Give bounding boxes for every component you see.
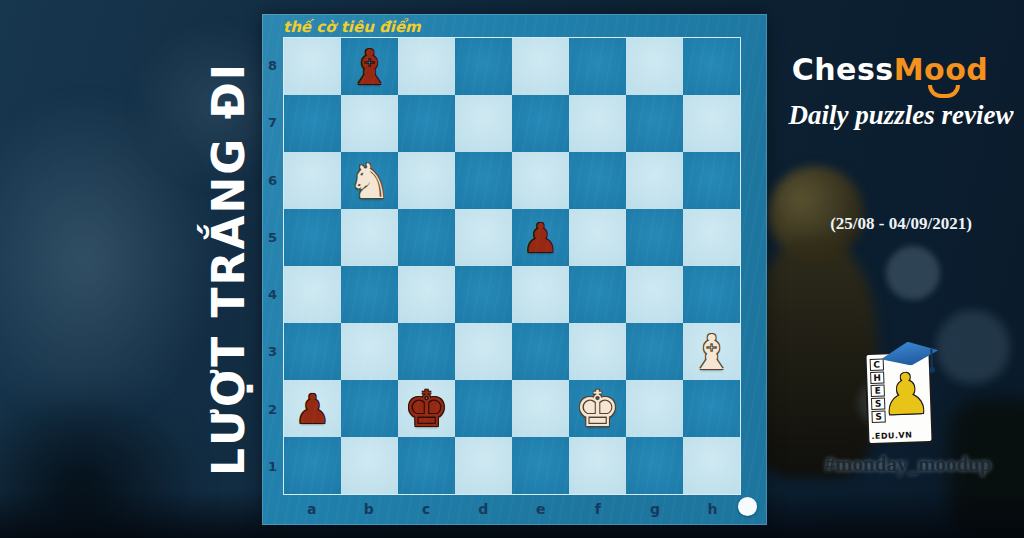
square-a5: [284, 209, 341, 266]
square-c2: ♚: [398, 380, 455, 437]
square-f8: [569, 38, 626, 95]
square-g4: [626, 266, 683, 323]
square-b6: ♞: [341, 152, 398, 209]
graduate-pawn-icon: ♟: [881, 359, 931, 431]
poster-subtitle: Daily puzzles review: [776, 100, 1024, 131]
square-c7: [398, 95, 455, 152]
square-d8: [455, 38, 512, 95]
square-f1: [569, 437, 626, 494]
rank-label-5: 5: [262, 209, 283, 266]
file-label-f: f: [569, 495, 626, 523]
square-g2: [626, 380, 683, 437]
square-e7: [512, 95, 569, 152]
edu-logo-suffix: .EDU.VN: [871, 430, 929, 441]
square-b5: [341, 209, 398, 266]
square-c4: [398, 266, 455, 323]
square-f7: [569, 95, 626, 152]
square-a8: [284, 38, 341, 95]
square-b1: [341, 437, 398, 494]
square-a4: [284, 266, 341, 323]
square-f4: [569, 266, 626, 323]
black-pawn: ♟: [512, 209, 569, 266]
square-c1: [398, 437, 455, 494]
square-f6: [569, 152, 626, 209]
square-a7: [284, 95, 341, 152]
square-h6: [683, 152, 740, 209]
logo-text-mood: Mood: [894, 52, 989, 87]
square-h1: [683, 437, 740, 494]
square-h4: [683, 266, 740, 323]
square-h5: [683, 209, 740, 266]
black-bishop: ♝: [341, 38, 398, 95]
file-label-a: a: [283, 495, 340, 523]
hashtag: #monday_moodup: [790, 452, 1024, 477]
file-label-b: b: [340, 495, 397, 523]
rank-label-4: 4: [262, 266, 283, 323]
square-g7: [626, 95, 683, 152]
square-h2: [683, 380, 740, 437]
rank-label-8: 8: [262, 37, 283, 94]
square-g5: [626, 209, 683, 266]
white-to-move-indicator: [738, 497, 757, 516]
square-d4: [455, 266, 512, 323]
logo-text-chess: Chess: [792, 52, 894, 87]
square-e4: [512, 266, 569, 323]
banner-text: LƯỢT TRẮNG ĐI: [203, 62, 254, 476]
square-c6: [398, 152, 455, 209]
square-e8: [512, 38, 569, 95]
white-bishop: ♝: [683, 323, 740, 380]
square-e3: [512, 323, 569, 380]
white-king: ♚: [569, 380, 626, 437]
board-title: thế cờ tiêu điểm: [283, 18, 421, 36]
file-label-c: c: [398, 495, 455, 523]
square-e1: [512, 437, 569, 494]
rank-label-1: 1: [262, 438, 283, 495]
square-c3: [398, 323, 455, 380]
date-range: (25/08 - 04/09/2021): [781, 214, 1021, 234]
square-a1: [284, 437, 341, 494]
square-f2: ♚: [569, 380, 626, 437]
poster: LƯỢT TRẮNG ĐI thế cờ tiêu điểm 87654321 …: [0, 0, 1024, 538]
rank-labels: 87654321: [262, 37, 283, 495]
white-knight: ♞: [341, 152, 398, 209]
square-c5: [398, 209, 455, 266]
square-f5: [569, 209, 626, 266]
chessmood-logo: ChessMood: [770, 52, 1010, 87]
rank-label-6: 6: [262, 152, 283, 209]
square-a6: [284, 152, 341, 209]
chessboard: thế cờ tiêu điểm 87654321 ♝♞♟♝♟♚♚ abcdef…: [262, 14, 767, 525]
square-e2: [512, 380, 569, 437]
square-g3: [626, 323, 683, 380]
square-h7: [683, 95, 740, 152]
square-f3: [569, 323, 626, 380]
square-d2: [455, 380, 512, 437]
bokeh-light: [886, 246, 940, 300]
file-label-d: d: [455, 495, 512, 523]
bokeh-light: [936, 310, 1010, 384]
square-d3: [455, 323, 512, 380]
file-label-g: g: [627, 495, 684, 523]
blurred-pawn-body: [750, 238, 878, 478]
square-d6: [455, 152, 512, 209]
square-b8: ♝: [341, 38, 398, 95]
file-labels: abcdefgh: [283, 495, 741, 523]
square-h3: ♝: [683, 323, 740, 380]
square-d1: [455, 437, 512, 494]
square-g6: [626, 152, 683, 209]
square-g1: [626, 437, 683, 494]
square-e5: ♟: [512, 209, 569, 266]
square-g8: [626, 38, 683, 95]
square-b3: [341, 323, 398, 380]
square-d7: [455, 95, 512, 152]
square-c8: [398, 38, 455, 95]
square-b2: [341, 380, 398, 437]
rank-label-7: 7: [262, 94, 283, 151]
rank-label-3: 3: [262, 323, 283, 380]
square-h8: [683, 38, 740, 95]
square-a2: ♟: [284, 380, 341, 437]
square-b4: [341, 266, 398, 323]
square-b7: [341, 95, 398, 152]
square-e6: [512, 152, 569, 209]
black-king: ♚: [398, 380, 455, 437]
black-pawn: ♟: [284, 380, 341, 437]
square-a3: [284, 323, 341, 380]
square-d5: [455, 209, 512, 266]
board-grid: ♝♞♟♝♟♚♚: [283, 37, 741, 495]
rank-label-2: 2: [262, 381, 283, 438]
file-label-e: e: [512, 495, 569, 523]
chess-edu-vn-logo: CHESS ♟ .EDU.VN: [864, 351, 933, 445]
file-label-h: h: [684, 495, 741, 523]
smile-icon: [928, 85, 960, 98]
